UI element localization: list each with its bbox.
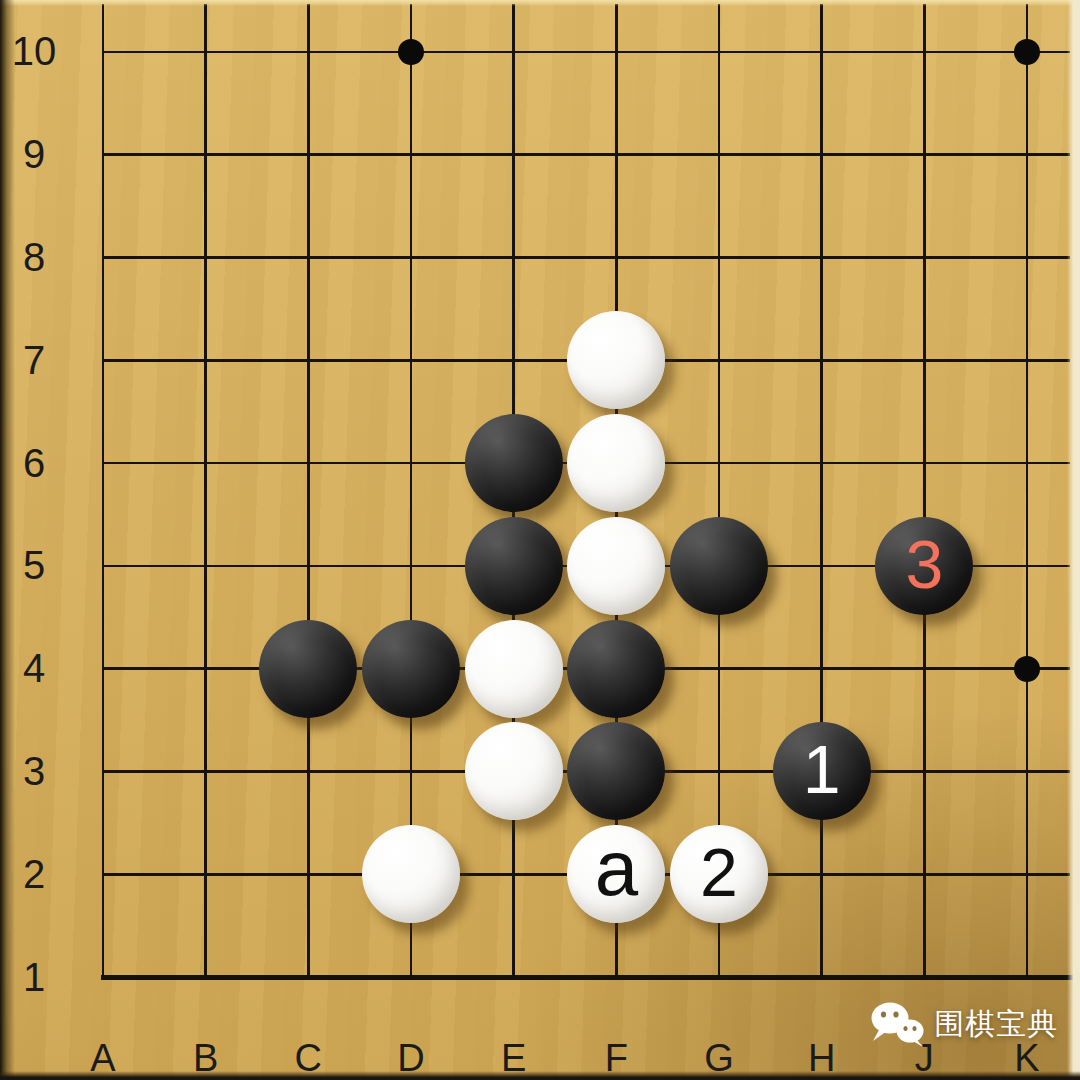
coord-label-row-1: 1 xyxy=(2,951,66,1003)
coord-label-col-G: G xyxy=(689,1032,749,1080)
coord-label-row-6: 6 xyxy=(2,437,66,489)
coord-label-col-B: B xyxy=(176,1032,236,1080)
coord-label-col-F: F xyxy=(586,1032,646,1080)
stone-black-G5[interactable] xyxy=(670,517,768,615)
grid-line-row-8 xyxy=(102,256,1070,259)
stone-white-F6[interactable] xyxy=(567,414,665,512)
stone-label-1: 1 xyxy=(803,735,841,803)
stone-black-H3[interactable]: 1 xyxy=(773,722,871,820)
stone-black-C4[interactable] xyxy=(259,620,357,718)
coord-label-row-5: 5 xyxy=(2,540,66,592)
coord-label-row-10: 10 xyxy=(2,26,66,78)
grid-line-col-A xyxy=(102,4,105,977)
grid-line-col-C xyxy=(307,4,310,977)
coord-label-row-7: 7 xyxy=(2,334,66,386)
stone-white-F2[interactable]: a xyxy=(567,825,665,923)
stone-white-E4[interactable] xyxy=(465,620,563,718)
stone-black-D4[interactable] xyxy=(362,620,460,718)
grid-line-row-10 xyxy=(102,51,1070,54)
coord-label-row-8: 8 xyxy=(2,232,66,284)
watermark-text: 围棋宝典 xyxy=(934,1004,1058,1045)
stone-white-G2[interactable]: 2 xyxy=(670,825,768,923)
stone-white-F7[interactable] xyxy=(567,311,665,409)
grid-line-col-B xyxy=(204,4,207,977)
grid-line-col-J xyxy=(923,4,926,977)
coord-label-row-3: 3 xyxy=(2,745,66,797)
wechat-icon xyxy=(869,1000,925,1048)
coord-label-row-2: 2 xyxy=(2,848,66,900)
stone-label-2: 2 xyxy=(700,838,738,906)
stone-black-F3[interactable] xyxy=(567,722,665,820)
coord-label-col-E: E xyxy=(484,1032,544,1080)
stone-black-E5[interactable] xyxy=(465,517,563,615)
stone-black-E6[interactable] xyxy=(465,414,563,512)
go-board[interactable]: 12345678910ABCDEFGHJK31a2 xyxy=(0,0,1080,1080)
coord-label-col-A: A xyxy=(73,1032,133,1080)
stone-black-J5[interactable]: 3 xyxy=(875,517,973,615)
stone-label-3: 3 xyxy=(905,530,943,598)
grid-line-row-9 xyxy=(102,153,1070,156)
star-point-K10 xyxy=(1014,39,1040,65)
coord-label-col-H: H xyxy=(792,1032,852,1080)
app-watermark: 围棋宝典 xyxy=(869,998,1058,1050)
coord-label-col-C: C xyxy=(278,1032,338,1080)
grid-line-row-1-edge xyxy=(101,975,1080,980)
stone-label-a: a xyxy=(595,829,638,907)
coord-label-row-9: 9 xyxy=(2,129,66,181)
star-point-D10 xyxy=(398,39,424,65)
coord-label-row-4: 4 xyxy=(2,643,66,695)
stone-white-E3[interactable] xyxy=(465,722,563,820)
stone-white-D2[interactable] xyxy=(362,825,460,923)
star-point-K4 xyxy=(1014,656,1040,682)
stone-white-F5[interactable] xyxy=(567,517,665,615)
board-frame: 12345678910ABCDEFGHJK31a2 围棋宝典 xyxy=(0,0,1080,1080)
stone-black-F4[interactable] xyxy=(567,620,665,718)
grid-line-col-H xyxy=(820,4,823,977)
coord-label-col-D: D xyxy=(381,1032,441,1080)
grid-line-col-K xyxy=(1026,4,1029,977)
